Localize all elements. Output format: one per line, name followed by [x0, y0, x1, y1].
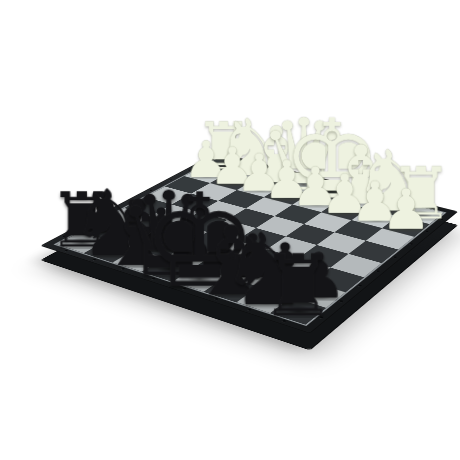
rivet-dot	[376, 270, 380, 272]
board-squares: ♜♞♝♛♚♝♞♜♟♟♟♟♟♟♟♟♟♟♟♟♟♟♟♟♜♞♝♛♚♝♞♜	[56, 157, 443, 324]
board-scene: ♜♞♝♛♚♝♞♜♟♟♟♟♟♟♟♟♟♟♟♟♟♟♟♟♜♞♝♛♚♝♞♜	[0, 0, 460, 460]
rivet-dot	[214, 298, 219, 300]
rivet-dot	[339, 300, 344, 302]
rivet-dot	[247, 309, 252, 311]
square-h8[interactable]: ♜	[270, 297, 326, 324]
chess-board: ♜♞♝♛♚♝♞♜♟♟♟♟♟♟♟♟♟♟♟♟♟♟♟♟♜♞♝♛♚♝♞♜	[42, 153, 457, 333]
rivet-dot	[440, 218, 444, 220]
rivet-dot	[358, 285, 363, 287]
rivet-dot	[182, 288, 187, 290]
rivet-dot	[425, 230, 429, 232]
rivet-dot	[319, 316, 324, 318]
rivet-dot	[92, 259, 97, 261]
rivet-dot	[393, 256, 397, 258]
rivet-dot	[282, 320, 287, 322]
product-photo: ♜♞♝♛♚♝♞♜♟♟♟♟♟♟♟♟♟♟♟♟♟♟♟♟♜♞♝♛♚♝♞♜	[0, 0, 460, 460]
rivet-dot	[409, 243, 413, 245]
